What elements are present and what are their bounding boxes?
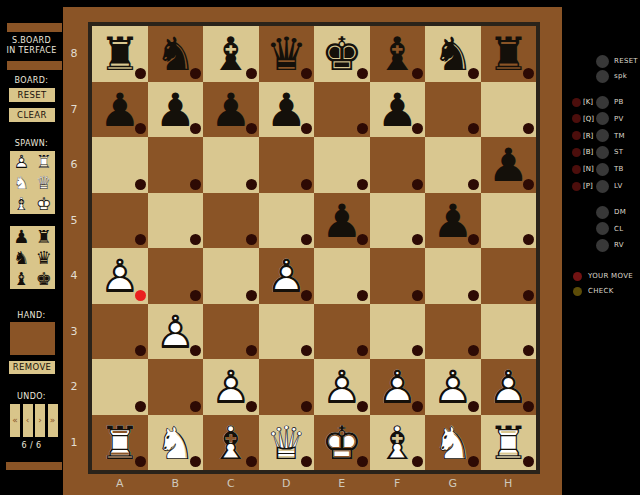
square-corner-dot [412, 345, 423, 356]
square-corner-dot [246, 290, 257, 301]
mode-row-rv: RV [562, 238, 640, 252]
square-corner-dot [523, 179, 534, 190]
square-corner-dot [135, 123, 146, 134]
square-corner-dot [412, 456, 423, 467]
square-h6[interactable]: ♟ [481, 137, 537, 193]
square-g5[interactable]: ♟ [425, 193, 481, 249]
square-corner-dot [135, 68, 146, 79]
your-move-label: YOUR MOVE [588, 272, 633, 280]
mode-button-rv[interactable] [596, 239, 609, 252]
right-control-panel: RESET spk [K]PB[Q]PV[R]TM[B]ST[N]TB[P]LV… [562, 0, 640, 495]
square-corner-dot [190, 290, 201, 301]
undo-forward-full[interactable]: » [48, 404, 58, 437]
square-d1[interactable]: ♛♕ [259, 415, 315, 471]
piece-row-label: TB [614, 165, 624, 173]
piece-row-button[interactable] [596, 112, 609, 125]
piece-row-label: PV [614, 115, 624, 123]
square-corner-dot [468, 123, 479, 134]
square-corner-dot [135, 401, 146, 412]
piece-row-key: [K] [583, 98, 596, 106]
square-a2[interactable] [92, 359, 148, 415]
left-control-panel: S.BOARD IN TERFACE BOARD: RESET CLEAR SP… [0, 0, 63, 495]
square-corner-dot [190, 234, 201, 245]
square-c2[interactable]: ♟♙ [203, 359, 259, 415]
square-h3[interactable] [481, 304, 537, 360]
square-corner-dot [246, 68, 257, 79]
remove-button[interactable]: REMOVE [9, 361, 55, 374]
undo-rewind-full[interactable]: « [10, 404, 20, 437]
square-a1[interactable]: ♜♖ [92, 415, 148, 471]
rank-label-8: 8 [63, 26, 85, 82]
piece-row-led [572, 182, 581, 191]
square-b6[interactable] [148, 137, 204, 193]
square-a8[interactable]: ♜ [92, 26, 148, 82]
square-h7[interactable] [481, 82, 537, 138]
square-corner-dot [135, 345, 146, 356]
piece-setting-row-r: [R]TM [562, 129, 640, 143]
square-corner-dot [468, 234, 479, 245]
reset-button[interactable] [596, 55, 609, 68]
square-b4[interactable] [148, 248, 204, 304]
mode-label: CL [614, 225, 623, 233]
piece-row-led [572, 165, 581, 174]
square-corner-dot [357, 456, 368, 467]
square-corner-dot [135, 234, 146, 245]
square-a4[interactable]: ♟♙ [92, 248, 148, 304]
piece-setting-row-q: [Q]PV [562, 112, 640, 126]
square-corner-dot [246, 456, 257, 467]
hand-section-label: HAND: [0, 311, 63, 320]
square-a3[interactable] [92, 304, 148, 360]
file-label-g: G [425, 474, 481, 494]
undo-section-label: UNDO: [0, 392, 63, 401]
square-corner-dot [301, 401, 312, 412]
app-title-line1: S.BOARD [0, 36, 63, 45]
square-corner-dot [468, 401, 479, 412]
square-corner-dot [301, 179, 312, 190]
square-corner-dot [523, 123, 534, 134]
spawn-tray-black: ♟♜♞♛♝♚ [10, 226, 55, 289]
square-corner-dot [357, 179, 368, 190]
square-corner-dot [190, 345, 201, 356]
spawn-black-knight[interactable]: ♞ [10, 247, 33, 268]
file-label-f: F [370, 474, 426, 494]
file-label-d: D [259, 474, 315, 494]
square-g4[interactable] [425, 248, 481, 304]
spawn-white-pawn[interactable]: ♟♙ [10, 151, 33, 172]
mode-button-dm[interactable] [596, 206, 609, 219]
rank-label-2: 2 [63, 359, 85, 415]
check-row: CHECK [562, 284, 640, 298]
square-corner-dot [135, 456, 146, 467]
square-h5[interactable] [481, 193, 537, 249]
piece-setting-row-p: [P]LV [562, 179, 640, 193]
file-label-a: A [92, 474, 148, 494]
spawn-white-rook[interactable]: ♜♖ [33, 151, 56, 172]
rank-label-3: 3 [63, 304, 85, 360]
board-reset-button[interactable]: RESET [9, 88, 55, 102]
spawn-section-label: SPAWN: [0, 139, 63, 148]
your-move-led [573, 272, 582, 281]
square-c5[interactable] [203, 193, 259, 249]
square-corner-dot [412, 179, 423, 190]
speaker-row: spk [562, 69, 640, 83]
square-d3[interactable] [259, 304, 315, 360]
piece-row-button[interactable] [596, 180, 609, 193]
square-d4[interactable]: ♟♙ [259, 248, 315, 304]
square-corner-dot [301, 68, 312, 79]
square-h1[interactable]: ♜♖ [481, 415, 537, 471]
app-title-line2: IN TERFACE [0, 46, 63, 55]
square-f5[interactable] [370, 193, 426, 249]
file-label-h: H [481, 474, 537, 494]
square-d5[interactable] [259, 193, 315, 249]
square-corner-dot [246, 401, 257, 412]
reset-label: RESET [614, 57, 638, 65]
square-e2[interactable]: ♟♙ [314, 359, 370, 415]
square-corner-dot [246, 179, 257, 190]
square-corner-dot [357, 345, 368, 356]
square-c8[interactable]: ♝ [203, 26, 259, 82]
piece-row-button[interactable] [596, 129, 609, 142]
rank-label-7: 7 [63, 82, 85, 138]
square-corner-dot [301, 290, 312, 301]
square-g2[interactable]: ♟♙ [425, 359, 481, 415]
square-corner-dot [468, 179, 479, 190]
square-g3[interactable] [425, 304, 481, 360]
square-c1[interactable]: ♝♗ [203, 415, 259, 471]
piece-row-button[interactable] [596, 146, 609, 159]
undo-step-forward[interactable]: › [35, 404, 45, 437]
square-corner-dot [357, 234, 368, 245]
board-section-label: BOARD: [0, 76, 63, 85]
square-corner-dot [412, 234, 423, 245]
square-d8[interactable]: ♛ [259, 26, 315, 82]
square-b3[interactable]: ♟♙ [148, 304, 204, 360]
square-corner-dot [301, 123, 312, 134]
square-corner-dot [357, 123, 368, 134]
piece-setting-row-n: [N]TB [562, 162, 640, 176]
square-corner-dot [190, 456, 201, 467]
square-b2[interactable] [148, 359, 204, 415]
square-g1[interactable]: ♞♘ [425, 415, 481, 471]
mode-label: DM [614, 208, 626, 216]
square-corner-dot [246, 123, 257, 134]
square-b7[interactable]: ♟ [148, 82, 204, 138]
square-corner-dot [468, 345, 479, 356]
spawn-black-rook[interactable]: ♜ [33, 226, 56, 247]
spawn-white-queen[interactable]: ♛♕ [33, 172, 56, 193]
square-corner-dot [301, 456, 312, 467]
square-corner-dot [523, 234, 534, 245]
square-c7[interactable]: ♟ [203, 82, 259, 138]
piece-row-key: [P] [583, 182, 596, 190]
hand-display [10, 322, 55, 355]
square-corner-dot [412, 123, 423, 134]
square-corner-dot [301, 345, 312, 356]
square-g6[interactable] [425, 137, 481, 193]
panel-divider [6, 462, 62, 470]
piece-row-led [572, 131, 581, 140]
piece-row-key: [B] [583, 148, 596, 156]
square-corner-dot [190, 68, 201, 79]
square-corner-dot [468, 68, 479, 79]
piece-row-key: [N] [583, 165, 596, 173]
square-f2[interactable]: ♟♙ [370, 359, 426, 415]
piece-row-button[interactable] [596, 163, 609, 176]
square-corner-dot [523, 290, 534, 301]
square-a5[interactable] [92, 193, 148, 249]
rank-label-6: 6 [63, 137, 85, 193]
square-corner-dot [412, 290, 423, 301]
square-corner-dot [135, 179, 146, 190]
spawn-black-bishop[interactable]: ♝ [10, 268, 33, 289]
square-e6[interactable] [314, 137, 370, 193]
square-f4[interactable] [370, 248, 426, 304]
square-corner-dot [246, 345, 257, 356]
speaker-button[interactable] [596, 70, 609, 83]
square-corner-dot [190, 123, 201, 134]
piece-row-led [572, 114, 581, 123]
square-b1[interactable]: ♞♘ [148, 415, 204, 471]
file-label-e: E [314, 474, 370, 494]
square-corner-dot [190, 401, 201, 412]
piece-row-button[interactable] [596, 96, 609, 109]
square-f3[interactable] [370, 304, 426, 360]
square-h2[interactable]: ♟♙ [481, 359, 537, 415]
square-corner-dot [246, 234, 257, 245]
piece-row-led [572, 148, 581, 157]
square-corner-dot [412, 401, 423, 412]
spawn-black-queen[interactable]: ♛ [33, 247, 56, 268]
file-label-b: B [148, 474, 204, 494]
square-f1[interactable]: ♝♗ [370, 415, 426, 471]
square-a6[interactable] [92, 137, 148, 193]
piece-setting-row-b: [B]ST [562, 145, 640, 159]
piece-row-label: LV [614, 182, 623, 190]
board-clear-button[interactable]: CLEAR [9, 108, 55, 122]
spawn-tray-white: ♟♙♜♖♞♘♛♕♝♗♚♔ [10, 151, 55, 214]
square-h8[interactable]: ♜ [481, 26, 537, 82]
square-c3[interactable] [203, 304, 259, 360]
file-label-c: C [203, 474, 259, 494]
square-h4[interactable] [481, 248, 537, 304]
square-g8[interactable]: ♞ [425, 26, 481, 82]
square-f8[interactable]: ♝ [370, 26, 426, 82]
square-d7[interactable]: ♟ [259, 82, 315, 138]
square-corner-dot [412, 68, 423, 79]
your-move-row: YOUR MOVE [562, 269, 640, 283]
panel-divider [7, 23, 62, 32]
square-e8[interactable]: ♚ [314, 26, 370, 82]
reset-row: RESET [562, 54, 640, 68]
square-corner-dot [523, 345, 534, 356]
square-corner-dot [301, 234, 312, 245]
square-c4[interactable] [203, 248, 259, 304]
piece-row-led [572, 98, 581, 107]
rank-label-5: 5 [63, 193, 85, 249]
mode-row-cl: CL [562, 222, 640, 236]
square-e1[interactable]: ♚♔ [314, 415, 370, 471]
square-d6[interactable] [259, 137, 315, 193]
speaker-label: spk [614, 72, 627, 80]
square-corner-dot [468, 290, 479, 301]
square-c6[interactable] [203, 137, 259, 193]
square-b8[interactable]: ♞ [148, 26, 204, 82]
piece-setting-row-k: [K]PB [562, 95, 640, 109]
square-corner-dot [523, 456, 534, 467]
mode-row-dm: DM [562, 205, 640, 219]
rank-label-1: 1 [63, 415, 85, 471]
highlight-dot [135, 290, 146, 301]
piece-row-label: PB [614, 98, 624, 106]
check-led [573, 287, 582, 296]
square-corner-dot [357, 290, 368, 301]
square-corner-dot [468, 456, 479, 467]
undo-counter: 6 / 6 [0, 441, 63, 450]
spawn-white-knight[interactable]: ♞♘ [10, 172, 33, 193]
check-label: CHECK [588, 287, 614, 295]
piece-row-label: TM [614, 132, 625, 140]
mode-label: RV [614, 241, 624, 249]
spawn-white-king[interactable]: ♚♔ [33, 193, 56, 214]
piece-row-key: [Q] [583, 115, 596, 123]
square-e5[interactable]: ♟ [314, 193, 370, 249]
square-corner-dot [190, 179, 201, 190]
square-corner-dot [357, 401, 368, 412]
sboard-interface-app: ♜♞♝♛♚♝♞♜♟♟♟♟♟♟♟♟♟♙♟♙♟♙♟♙♟♙♟♙♟♙♟♙♜♖♞♘♝♗♛♕… [0, 0, 640, 495]
square-corner-dot [357, 68, 368, 79]
square-f7[interactable]: ♟ [370, 82, 426, 138]
undo-step-back[interactable]: ‹ [23, 404, 33, 437]
chess-board: ♜♞♝♛♚♝♞♜♟♟♟♟♟♟♟♟♟♙♟♙♟♙♟♙♟♙♟♙♟♙♟♙♜♖♞♘♝♗♛♕… [88, 22, 540, 474]
panel-divider [7, 61, 62, 70]
square-e3[interactable] [314, 304, 370, 360]
square-e7[interactable] [314, 82, 370, 138]
spawn-black-king[interactable]: ♚ [33, 268, 56, 289]
rank-label-4: 4 [63, 248, 85, 304]
square-e4[interactable] [314, 248, 370, 304]
square-corner-dot [523, 68, 534, 79]
spawn-black-pawn[interactable]: ♟ [10, 226, 33, 247]
mode-button-cl[interactable] [596, 222, 609, 235]
square-f6[interactable] [370, 137, 426, 193]
square-g7[interactable] [425, 82, 481, 138]
square-corner-dot [523, 401, 534, 412]
piece-row-label: ST [614, 148, 623, 156]
square-d2[interactable] [259, 359, 315, 415]
spawn-white-bishop[interactable]: ♝♗ [10, 193, 33, 214]
square-b5[interactable] [148, 193, 204, 249]
square-a7[interactable]: ♟ [92, 82, 148, 138]
piece-row-key: [R] [583, 132, 596, 140]
